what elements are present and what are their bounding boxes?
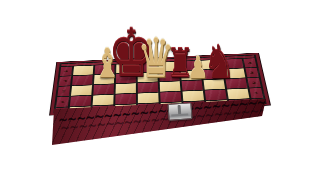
square-c1	[115, 94, 136, 105]
square-a2	[71, 85, 92, 95]
rank-label-3-right: 3	[245, 68, 258, 78]
square-a1	[70, 96, 91, 107]
square-a4	[73, 66, 93, 76]
rank-label-4-left: 4	[60, 67, 72, 76]
piece-red-knight: ♞	[201, 39, 237, 85]
square-h1	[227, 89, 249, 100]
rank-label-2-right: 2	[247, 78, 260, 88]
rank-label-3-left: 3	[59, 76, 71, 86]
clasp-lip	[171, 113, 188, 116]
rank-label-4-right: 4	[244, 58, 257, 67]
square-a3	[72, 75, 93, 85]
rank-label-2-left: 2	[57, 86, 70, 96]
product-photo: 44332211ABCDEFGH ~~~~~~~~~~~~~~~~~~~~~~~…	[0, 0, 310, 186]
square-d1	[138, 93, 159, 104]
square-b1	[93, 95, 114, 106]
rank-label-1-right: 1	[249, 88, 263, 98]
metal-clasp	[167, 102, 192, 121]
rank-label-1-left: 1	[56, 97, 69, 107]
square-e1	[160, 92, 181, 103]
square-f1	[182, 91, 204, 102]
square-g1	[205, 90, 227, 101]
